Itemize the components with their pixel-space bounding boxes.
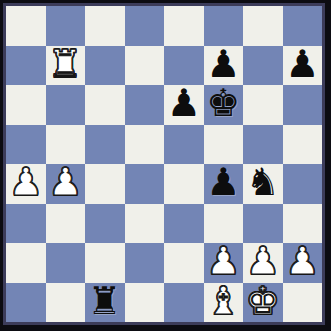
square-h7[interactable]: ♟ [283, 46, 323, 86]
square-f5[interactable] [204, 125, 244, 165]
square-h3[interactable] [283, 204, 323, 244]
square-b1[interactable] [46, 283, 86, 323]
square-e1[interactable] [164, 283, 204, 323]
white-bishop-piece: ♝ [206, 283, 240, 322]
square-e6[interactable]: ♟ [164, 85, 204, 125]
square-h1[interactable] [283, 283, 323, 323]
square-c7[interactable] [85, 46, 125, 86]
square-c8[interactable] [85, 6, 125, 46]
square-d5[interactable] [125, 125, 165, 165]
square-f4[interactable]: ♟ [204, 164, 244, 204]
square-b8[interactable] [46, 6, 86, 46]
square-c2[interactable] [85, 243, 125, 283]
square-f2[interactable]: ♟ [204, 243, 244, 283]
square-a3[interactable] [6, 204, 46, 244]
black-king-piece: ♚ [206, 85, 240, 124]
square-h2[interactable]: ♟ [283, 243, 323, 283]
square-b2[interactable] [46, 243, 86, 283]
square-c1[interactable]: ♜ [85, 283, 125, 323]
chess-board: ♜♟♟♟♚♟♟♟♞♟♟♟♜♝♚ [6, 6, 322, 322]
square-h8[interactable] [283, 6, 323, 46]
square-c3[interactable] [85, 204, 125, 244]
white-pawn-piece: ♟ [9, 164, 43, 203]
square-g8[interactable] [243, 6, 283, 46]
white-pawn-piece: ♟ [206, 243, 240, 282]
square-f6[interactable]: ♚ [204, 85, 244, 125]
square-d6[interactable] [125, 85, 165, 125]
square-g6[interactable] [243, 85, 283, 125]
square-b4[interactable]: ♟ [46, 164, 86, 204]
square-b6[interactable] [46, 85, 86, 125]
board-frame: ♜♟♟♟♚♟♟♟♞♟♟♟♜♝♚ [0, 0, 331, 331]
square-a2[interactable] [6, 243, 46, 283]
square-b3[interactable] [46, 204, 86, 244]
square-g4[interactable]: ♞ [243, 164, 283, 204]
square-d1[interactable] [125, 283, 165, 323]
square-a6[interactable] [6, 85, 46, 125]
black-knight-piece: ♞ [246, 164, 280, 203]
square-f3[interactable] [204, 204, 244, 244]
white-pawn-piece: ♟ [48, 164, 82, 203]
square-f1[interactable]: ♝ [204, 283, 244, 323]
square-a4[interactable]: ♟ [6, 164, 46, 204]
square-g5[interactable] [243, 125, 283, 165]
square-d3[interactable] [125, 204, 165, 244]
square-e5[interactable] [164, 125, 204, 165]
square-a7[interactable] [6, 46, 46, 86]
square-e7[interactable] [164, 46, 204, 86]
square-b7[interactable]: ♜ [46, 46, 86, 86]
black-pawn-piece: ♟ [206, 164, 240, 203]
square-a1[interactable] [6, 283, 46, 323]
white-king-piece: ♚ [246, 283, 280, 322]
black-pawn-piece: ♟ [206, 46, 240, 85]
square-d8[interactable] [125, 6, 165, 46]
black-rook-piece: ♜ [88, 283, 122, 322]
square-e2[interactable] [164, 243, 204, 283]
square-f8[interactable] [204, 6, 244, 46]
square-e4[interactable] [164, 164, 204, 204]
square-c5[interactable] [85, 125, 125, 165]
square-g2[interactable]: ♟ [243, 243, 283, 283]
board-border: ♜♟♟♟♚♟♟♟♞♟♟♟♜♝♚ [3, 3, 325, 325]
black-pawn-piece: ♟ [285, 46, 319, 85]
square-g3[interactable] [243, 204, 283, 244]
white-rook-piece: ♜ [48, 46, 82, 85]
square-b5[interactable] [46, 125, 86, 165]
square-f7[interactable]: ♟ [204, 46, 244, 86]
black-pawn-piece: ♟ [167, 85, 201, 124]
square-a5[interactable] [6, 125, 46, 165]
square-d7[interactable] [125, 46, 165, 86]
square-g1[interactable]: ♚ [243, 283, 283, 323]
square-e8[interactable] [164, 6, 204, 46]
square-a8[interactable] [6, 6, 46, 46]
square-c4[interactable] [85, 164, 125, 204]
square-h5[interactable] [283, 125, 323, 165]
square-h6[interactable] [283, 85, 323, 125]
square-e3[interactable] [164, 204, 204, 244]
square-c6[interactable] [85, 85, 125, 125]
square-h4[interactable] [283, 164, 323, 204]
white-pawn-piece: ♟ [285, 243, 319, 282]
white-pawn-piece: ♟ [246, 243, 280, 282]
square-d4[interactable] [125, 164, 165, 204]
square-g7[interactable] [243, 46, 283, 86]
square-d2[interactable] [125, 243, 165, 283]
